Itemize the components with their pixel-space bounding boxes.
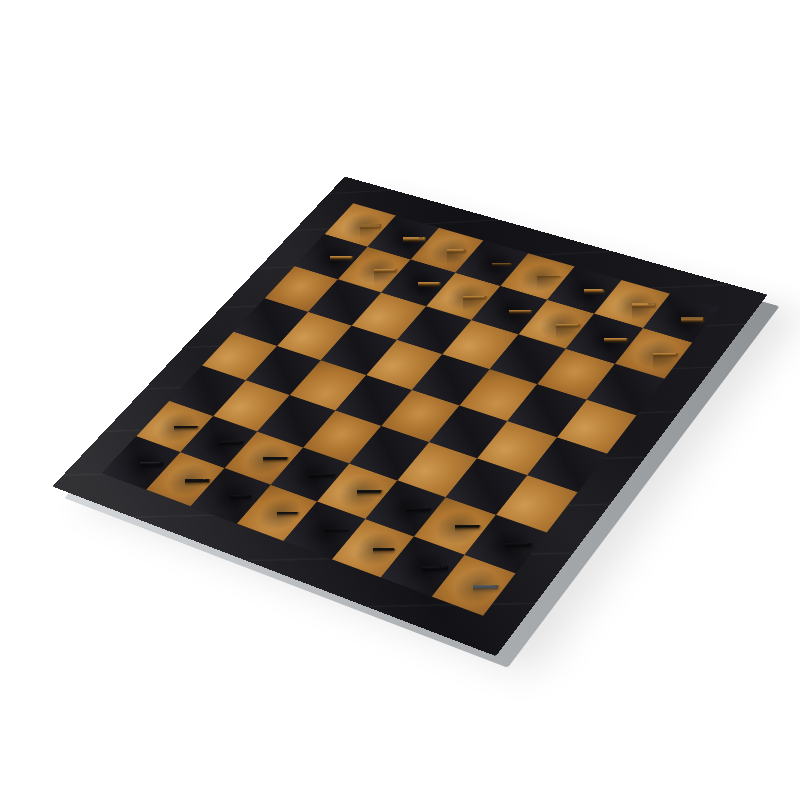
board-cell[interactable]: ♜ [431,555,515,616]
white-p-glyph: ♟ [583,293,724,365]
board-cell[interactable] [459,369,537,421]
board-grid: ♜♟♟♜♞♟♟♞♝♟♟♝♛♟♟♛♚♟♟♚♝♟♟♝♞♟♟♞♜♟♟♜ [102,203,719,615]
black-r-glyph: ♜ [397,521,550,597]
chessboard: ♜♟♟♜♞♟♟♞♝♟♟♝♛♟♟♛♚♟♟♚♝♟♟♝♞♟♟♞♜♟♟♜ [52,177,767,657]
chess-set-photo: ♜♟♟♜♞♟♟♞♝♟♟♝♛♟♟♛♚♟♟♚♝♟♟♝♞♟♟♞♜♟♟♜ [0,0,800,800]
board-wrap: ♜♟♟♜♞♟♟♞♝♟♟♝♛♟♟♛♚♟♟♚♝♟♟♝♞♟♟♞♜♟♟♜ [98,76,726,704]
